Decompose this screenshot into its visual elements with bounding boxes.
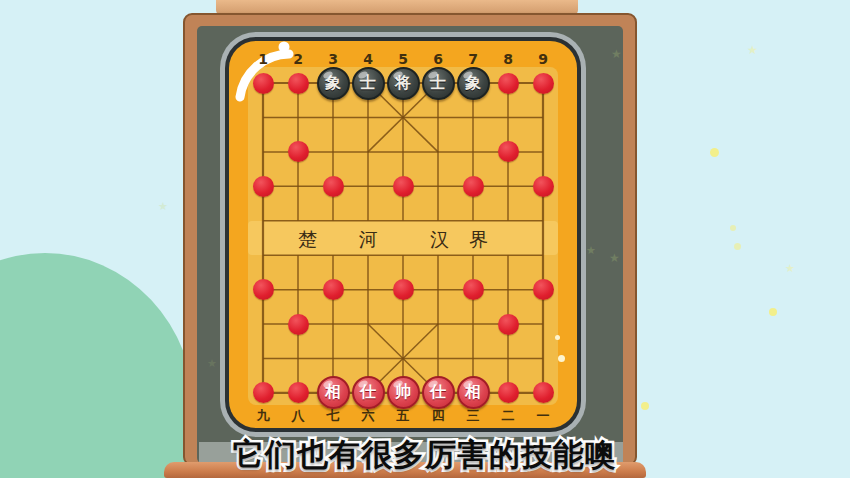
red-piece-相[interactable]: 相: [457, 376, 490, 409]
sparkle-dot: [641, 402, 649, 410]
sparkle-star-icon: ★: [785, 263, 795, 274]
red-point-marker: [288, 314, 309, 335]
red-point-marker: [253, 279, 274, 300]
red-point-marker: [253, 73, 274, 94]
board-point[interactable]: [526, 376, 561, 410]
red-point-marker: [393, 176, 414, 197]
red-point-marker: [463, 279, 484, 300]
piece-character: 将: [395, 73, 411, 94]
board-point[interactable]: [316, 272, 351, 306]
chalk-star-icon: ★: [609, 252, 620, 264]
board-point[interactable]: 士: [351, 66, 386, 100]
chalk-star-icon: ★: [207, 358, 217, 369]
red-point-marker: [288, 73, 309, 94]
board-point[interactable]: [456, 169, 491, 203]
red-point-marker: [323, 279, 344, 300]
piece-character: 仕: [360, 382, 376, 403]
board-point[interactable]: [316, 169, 351, 203]
red-point-marker: [498, 382, 519, 403]
red-point-marker: [288, 141, 309, 162]
board-point[interactable]: [491, 376, 526, 410]
board-point[interactable]: [526, 272, 561, 306]
black-piece-象[interactable]: 象: [457, 67, 490, 100]
red-point-marker: [498, 73, 519, 94]
board-point[interactable]: [246, 376, 281, 410]
red-point-marker: [533, 73, 554, 94]
piece-character: 士: [360, 73, 376, 94]
board-point[interactable]: [456, 272, 491, 306]
piece-character: 仕: [430, 382, 446, 403]
piece-character: 相: [465, 382, 481, 403]
black-piece-象[interactable]: 象: [317, 67, 350, 100]
red-point-marker: [288, 382, 309, 403]
board-point[interactable]: 象: [456, 66, 491, 100]
board-sparkle-dot: [555, 335, 560, 340]
red-point-marker: [533, 382, 554, 403]
board-point[interactable]: [386, 272, 421, 306]
board-points-grid: 象士将士象相仕帅仕相: [246, 66, 561, 410]
red-point-marker: [498, 141, 519, 162]
board-point[interactable]: [281, 376, 316, 410]
red-point-marker: [253, 382, 274, 403]
board-point[interactable]: 帅: [386, 376, 421, 410]
red-point-marker: [533, 279, 554, 300]
board-point[interactable]: 仕: [421, 376, 456, 410]
piece-character: 帅: [395, 382, 411, 403]
red-piece-仕[interactable]: 仕: [422, 376, 455, 409]
sparkle-star-icon: ★: [747, 44, 758, 56]
piece-character: 相: [325, 382, 341, 403]
red-point-marker: [533, 176, 554, 197]
board-point[interactable]: 相: [456, 376, 491, 410]
board-point[interactable]: 相: [316, 376, 351, 410]
black-piece-士[interactable]: 士: [422, 67, 455, 100]
sparkle-dot: [734, 243, 741, 250]
board-point[interactable]: [526, 169, 561, 203]
sparkle-dot: [769, 308, 777, 316]
piece-character: 象: [465, 73, 481, 94]
board-point[interactable]: 仕: [351, 376, 386, 410]
board-point[interactable]: 象: [316, 66, 351, 100]
red-point-marker: [323, 176, 344, 197]
board-point[interactable]: [281, 307, 316, 341]
board-point[interactable]: [246, 169, 281, 203]
board-point[interactable]: [526, 66, 561, 100]
board-point[interactable]: [281, 135, 316, 169]
sparkle-dot: [710, 148, 719, 157]
board-point[interactable]: [491, 307, 526, 341]
subtitle-caption: 它们也有很多厉害的技能噢: [0, 434, 850, 476]
board-point[interactable]: 士: [421, 66, 456, 100]
board-sparkle-dot: [558, 355, 565, 362]
board-point[interactable]: [491, 135, 526, 169]
piece-character: 象: [325, 73, 341, 94]
board-point[interactable]: [386, 169, 421, 203]
black-piece-将[interactable]: 将: [387, 67, 420, 100]
scene: ★ ★ ★ ★ ★ ★ ★ 123456789 九八七六五四三二一 楚 河 汉 …: [0, 0, 850, 478]
sparkle-star-icon: ★: [158, 201, 168, 212]
red-point-marker: [393, 279, 414, 300]
black-piece-士[interactable]: 士: [352, 67, 385, 100]
board-point[interactable]: 将: [386, 66, 421, 100]
red-piece-相[interactable]: 相: [317, 376, 350, 409]
board-point[interactable]: [246, 272, 281, 306]
board-point[interactable]: [491, 66, 526, 100]
red-piece-帅[interactable]: 帅: [387, 376, 420, 409]
red-point-marker: [463, 176, 484, 197]
red-piece-仕[interactable]: 仕: [352, 376, 385, 409]
piece-character: 士: [430, 73, 446, 94]
chalk-star-icon: ★: [586, 245, 596, 256]
sparkle-dot: [730, 225, 736, 231]
red-point-marker: [253, 176, 274, 197]
red-point-marker: [498, 314, 519, 335]
board-point[interactable]: [246, 66, 281, 100]
board-point[interactable]: [281, 66, 316, 100]
chalk-star-icon: ★: [611, 48, 622, 60]
